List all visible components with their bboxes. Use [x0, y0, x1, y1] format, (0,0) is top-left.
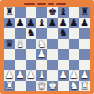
square-a7[interactable]: ♟	[4, 18, 15, 29]
piece-white-rook[interactable]: ♜	[80, 81, 89, 91]
square-e8[interactable]: ♚	[47, 7, 58, 18]
square-h7[interactable]: ♟	[79, 18, 90, 29]
square-f5[interactable]	[58, 39, 69, 50]
square-h1[interactable]: ♜	[79, 81, 90, 92]
piece-white-rook[interactable]: ♜	[5, 81, 14, 91]
square-f8[interactable]: ♝	[58, 7, 69, 18]
square-e1[interactable]: ♚	[47, 81, 58, 92]
square-b8[interactable]	[15, 7, 26, 18]
square-g8[interactable]	[69, 7, 80, 18]
square-c5[interactable]	[26, 39, 37, 50]
square-c8[interactable]	[26, 7, 37, 18]
square-b4[interactable]	[15, 49, 26, 60]
square-g5[interactable]	[69, 39, 80, 50]
piece-black-pawn[interactable]: ♟	[26, 18, 35, 28]
piece-black-rook[interactable]: ♜	[5, 7, 14, 17]
piece-white-bishop[interactable]: ♝	[37, 70, 46, 80]
square-h5[interactable]	[79, 39, 90, 50]
piece-white-pawn[interactable]: ♟	[26, 70, 35, 80]
piece-black-pawn[interactable]: ♟	[69, 18, 78, 28]
piece-black-pawn[interactable]: ♟	[5, 18, 14, 28]
piece-black-knight[interactable]: ♞	[59, 28, 68, 38]
square-d5[interactable]: ♞	[36, 39, 47, 50]
piece-white-pawn[interactable]: ♟	[69, 70, 78, 80]
square-a2[interactable]: ♟	[4, 70, 15, 81]
square-f2[interactable]: ♟	[58, 70, 69, 81]
piece-white-pawn[interactable]: ♟	[16, 70, 25, 80]
piece-black-bishop[interactable]: ♝	[59, 7, 68, 17]
square-c7[interactable]: ♟	[26, 18, 37, 29]
square-a5[interactable]: ♛	[4, 39, 15, 50]
square-g7[interactable]: ♟	[69, 18, 80, 29]
frame-title-marks	[24, 2, 74, 5]
square-b1[interactable]	[15, 81, 26, 92]
square-c3[interactable]	[26, 60, 37, 71]
board-frame: ♜♚♝♜♟♟♟♝♟♟♟♟♞♞♛♝♞♟♟♟♟♝♟♟♟♜♛♚♞♜	[0, 0, 94, 94]
piece-black-pawn[interactable]: ♟	[80, 18, 89, 28]
square-b7[interactable]: ♟	[15, 18, 26, 29]
square-e7[interactable]: ♟	[47, 18, 58, 29]
square-c1[interactable]	[26, 81, 37, 92]
square-g2[interactable]: ♟	[69, 70, 80, 81]
square-d6[interactable]	[36, 28, 47, 39]
square-a8[interactable]: ♜	[4, 7, 15, 18]
square-a1[interactable]: ♜	[4, 81, 15, 92]
piece-white-pawn[interactable]: ♟	[59, 70, 68, 80]
square-d4[interactable]: ♟	[36, 49, 47, 60]
piece-black-queen[interactable]: ♛	[5, 39, 14, 49]
piece-black-pawn[interactable]: ♟	[59, 18, 68, 28]
square-b3[interactable]	[15, 60, 26, 71]
square-g6[interactable]	[69, 28, 80, 39]
piece-black-pawn[interactable]: ♟	[16, 18, 25, 28]
piece-white-king[interactable]: ♚	[48, 81, 57, 91]
square-e6[interactable]	[47, 28, 58, 39]
square-e3[interactable]	[47, 60, 58, 71]
piece-white-bishop[interactable]: ♝	[16, 39, 25, 49]
piece-white-pawn[interactable]: ♟	[5, 70, 14, 80]
piece-white-knight[interactable]: ♞	[37, 39, 46, 49]
piece-white-pawn[interactable]: ♟	[37, 49, 46, 59]
square-e5[interactable]	[47, 39, 58, 50]
square-h3[interactable]	[79, 60, 90, 71]
square-c6[interactable]: ♞	[26, 28, 37, 39]
square-c4[interactable]	[26, 49, 37, 60]
square-e2[interactable]	[47, 70, 58, 81]
square-b5[interactable]: ♝	[15, 39, 26, 50]
square-f4[interactable]	[58, 49, 69, 60]
square-g3[interactable]	[69, 60, 80, 71]
square-a3[interactable]	[4, 60, 15, 71]
piece-black-bishop[interactable]: ♝	[37, 18, 46, 28]
square-g4[interactable]	[69, 49, 80, 60]
square-c2[interactable]: ♟	[26, 70, 37, 81]
piece-white-knight[interactable]: ♞	[69, 81, 78, 91]
piece-black-knight[interactable]: ♞	[26, 28, 35, 38]
square-f3[interactable]	[58, 60, 69, 71]
piece-white-queen[interactable]: ♛	[37, 81, 46, 91]
piece-black-king[interactable]: ♚	[48, 7, 57, 17]
square-a6[interactable]	[4, 28, 15, 39]
square-f1[interactable]	[58, 81, 69, 92]
square-d8[interactable]	[36, 7, 47, 18]
square-h2[interactable]: ♟	[79, 70, 90, 81]
square-b2[interactable]: ♟	[15, 70, 26, 81]
square-d2[interactable]: ♝	[36, 70, 47, 81]
square-f6[interactable]: ♞	[58, 28, 69, 39]
piece-black-rook[interactable]: ♜	[80, 7, 89, 17]
piece-black-pawn[interactable]: ♟	[48, 18, 57, 28]
square-d3[interactable]	[36, 60, 47, 71]
square-f7[interactable]: ♟	[58, 18, 69, 29]
chess-board: ♜♚♝♜♟♟♟♝♟♟♟♟♞♞♛♝♞♟♟♟♟♝♟♟♟♜♛♚♞♜	[4, 7, 90, 91]
square-b6[interactable]	[15, 28, 26, 39]
square-h8[interactable]: ♜	[79, 7, 90, 18]
square-d1[interactable]: ♛	[36, 81, 47, 92]
piece-white-pawn[interactable]: ♟	[80, 70, 89, 80]
square-h6[interactable]	[79, 28, 90, 39]
square-e4[interactable]	[47, 49, 58, 60]
square-a4[interactable]	[4, 49, 15, 60]
square-h4[interactable]	[79, 49, 90, 60]
square-d7[interactable]: ♝	[36, 18, 47, 29]
square-g1[interactable]: ♞	[69, 81, 80, 92]
